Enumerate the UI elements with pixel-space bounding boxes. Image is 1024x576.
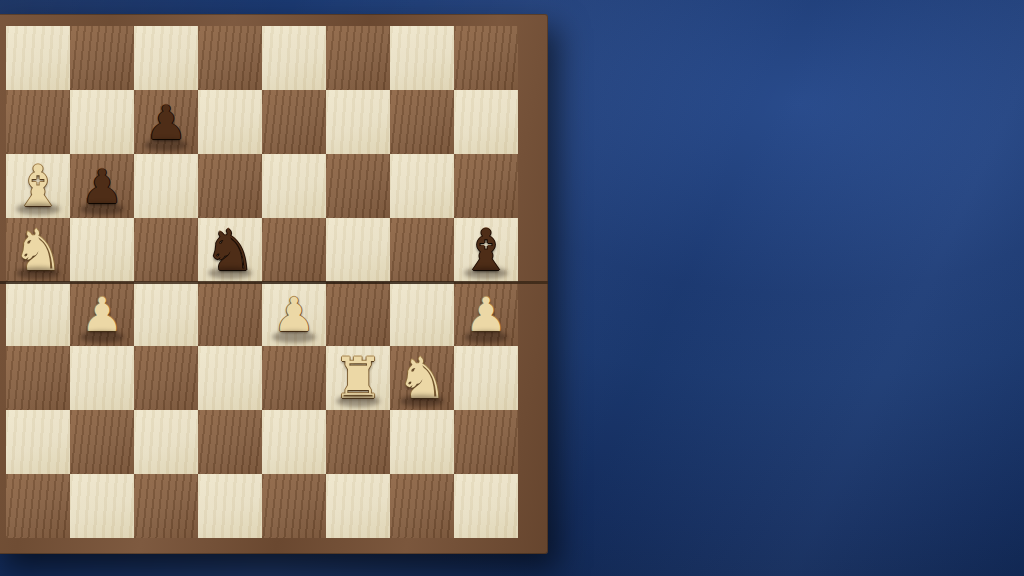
square-g3 [390, 346, 454, 410]
square-h4 [454, 282, 518, 346]
square-a4 [6, 282, 70, 346]
square-h2 [454, 410, 518, 474]
square-d6 [198, 154, 262, 218]
square-f2 [326, 410, 390, 474]
square-d8 [198, 26, 262, 90]
square-e1 [262, 474, 326, 538]
square-b7 [70, 90, 134, 154]
square-g8 [390, 26, 454, 90]
square-c7 [134, 90, 198, 154]
table-scene: ♝♟♟♞♞♝♟♟♟♜♞ [0, 0, 1024, 576]
square-c2 [134, 410, 198, 474]
square-f4 [326, 282, 390, 346]
square-f3 [326, 346, 390, 410]
square-a3 [6, 346, 70, 410]
square-a6 [6, 154, 70, 218]
square-b1 [70, 474, 134, 538]
square-e8 [262, 26, 326, 90]
square-c3 [134, 346, 198, 410]
square-h5 [454, 218, 518, 282]
square-c5 [134, 218, 198, 282]
square-h8 [454, 26, 518, 90]
square-e2 [262, 410, 326, 474]
square-b2 [70, 410, 134, 474]
square-g7 [390, 90, 454, 154]
square-h6 [454, 154, 518, 218]
square-d2 [198, 410, 262, 474]
square-b8 [70, 26, 134, 90]
square-h7 [454, 90, 518, 154]
square-d4 [198, 282, 262, 346]
square-f7 [326, 90, 390, 154]
square-b6 [70, 154, 134, 218]
square-e3 [262, 346, 326, 410]
square-b5 [70, 218, 134, 282]
square-d7 [198, 90, 262, 154]
square-g2 [390, 410, 454, 474]
square-e5 [262, 218, 326, 282]
square-e7 [262, 90, 326, 154]
square-b4 [70, 282, 134, 346]
square-g5 [390, 218, 454, 282]
square-c1 [134, 474, 198, 538]
square-c4 [134, 282, 198, 346]
square-g4 [390, 282, 454, 346]
square-f6 [326, 154, 390, 218]
square-a5 [6, 218, 70, 282]
square-g1 [390, 474, 454, 538]
square-d1 [198, 474, 262, 538]
square-c6 [134, 154, 198, 218]
square-b3 [70, 346, 134, 410]
square-a2 [6, 410, 70, 474]
square-h3 [454, 346, 518, 410]
square-h1 [454, 474, 518, 538]
board-hinge-seam [0, 281, 548, 284]
square-e4 [262, 282, 326, 346]
square-e6 [262, 154, 326, 218]
square-c8 [134, 26, 198, 90]
square-f8 [326, 26, 390, 90]
square-a8 [6, 26, 70, 90]
square-a7 [6, 90, 70, 154]
square-f1 [326, 474, 390, 538]
square-f5 [326, 218, 390, 282]
chess-board-frame: ♝♟♟♞♞♝♟♟♟♜♞ [0, 14, 548, 554]
square-d5 [198, 218, 262, 282]
square-g6 [390, 154, 454, 218]
square-a1 [6, 474, 70, 538]
square-d3 [198, 346, 262, 410]
